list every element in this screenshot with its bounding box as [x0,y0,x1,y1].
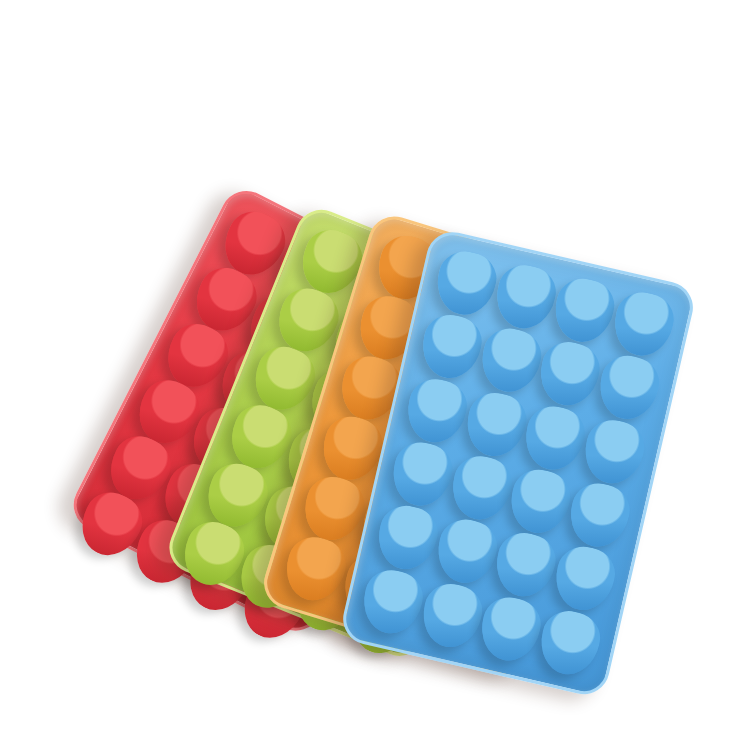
product-photo-scene: Four 24-cavity silicone mini muffin baki… [0,0,733,735]
mold-cavity [446,451,517,525]
mold-cavity [416,310,487,384]
mold-cavity [475,592,546,666]
mold-cavity [372,501,443,575]
mold-cavity [520,401,591,475]
mold-cavity [505,465,576,539]
mold-cavity [387,437,458,511]
mold-cavity [431,515,502,589]
mold-cavity [402,374,473,448]
mold-cavity [490,528,561,602]
mold-cavity [461,387,532,461]
mold-cavity [534,606,605,680]
mold-cavity [564,478,635,552]
mold-cavity [490,260,561,334]
mold-cavity [278,530,352,607]
mold-cavity [297,470,371,547]
mold-cavity [475,324,546,398]
mold-cavity [593,351,664,425]
mold-cavity [549,542,620,616]
mold-cavity [534,337,605,411]
mold-cavity [578,415,649,489]
mold-cavity [358,565,429,639]
mold-cavity [431,246,502,320]
mold-cavity [608,287,679,361]
mold-cavity [416,578,487,652]
mold-cavity [549,274,620,348]
